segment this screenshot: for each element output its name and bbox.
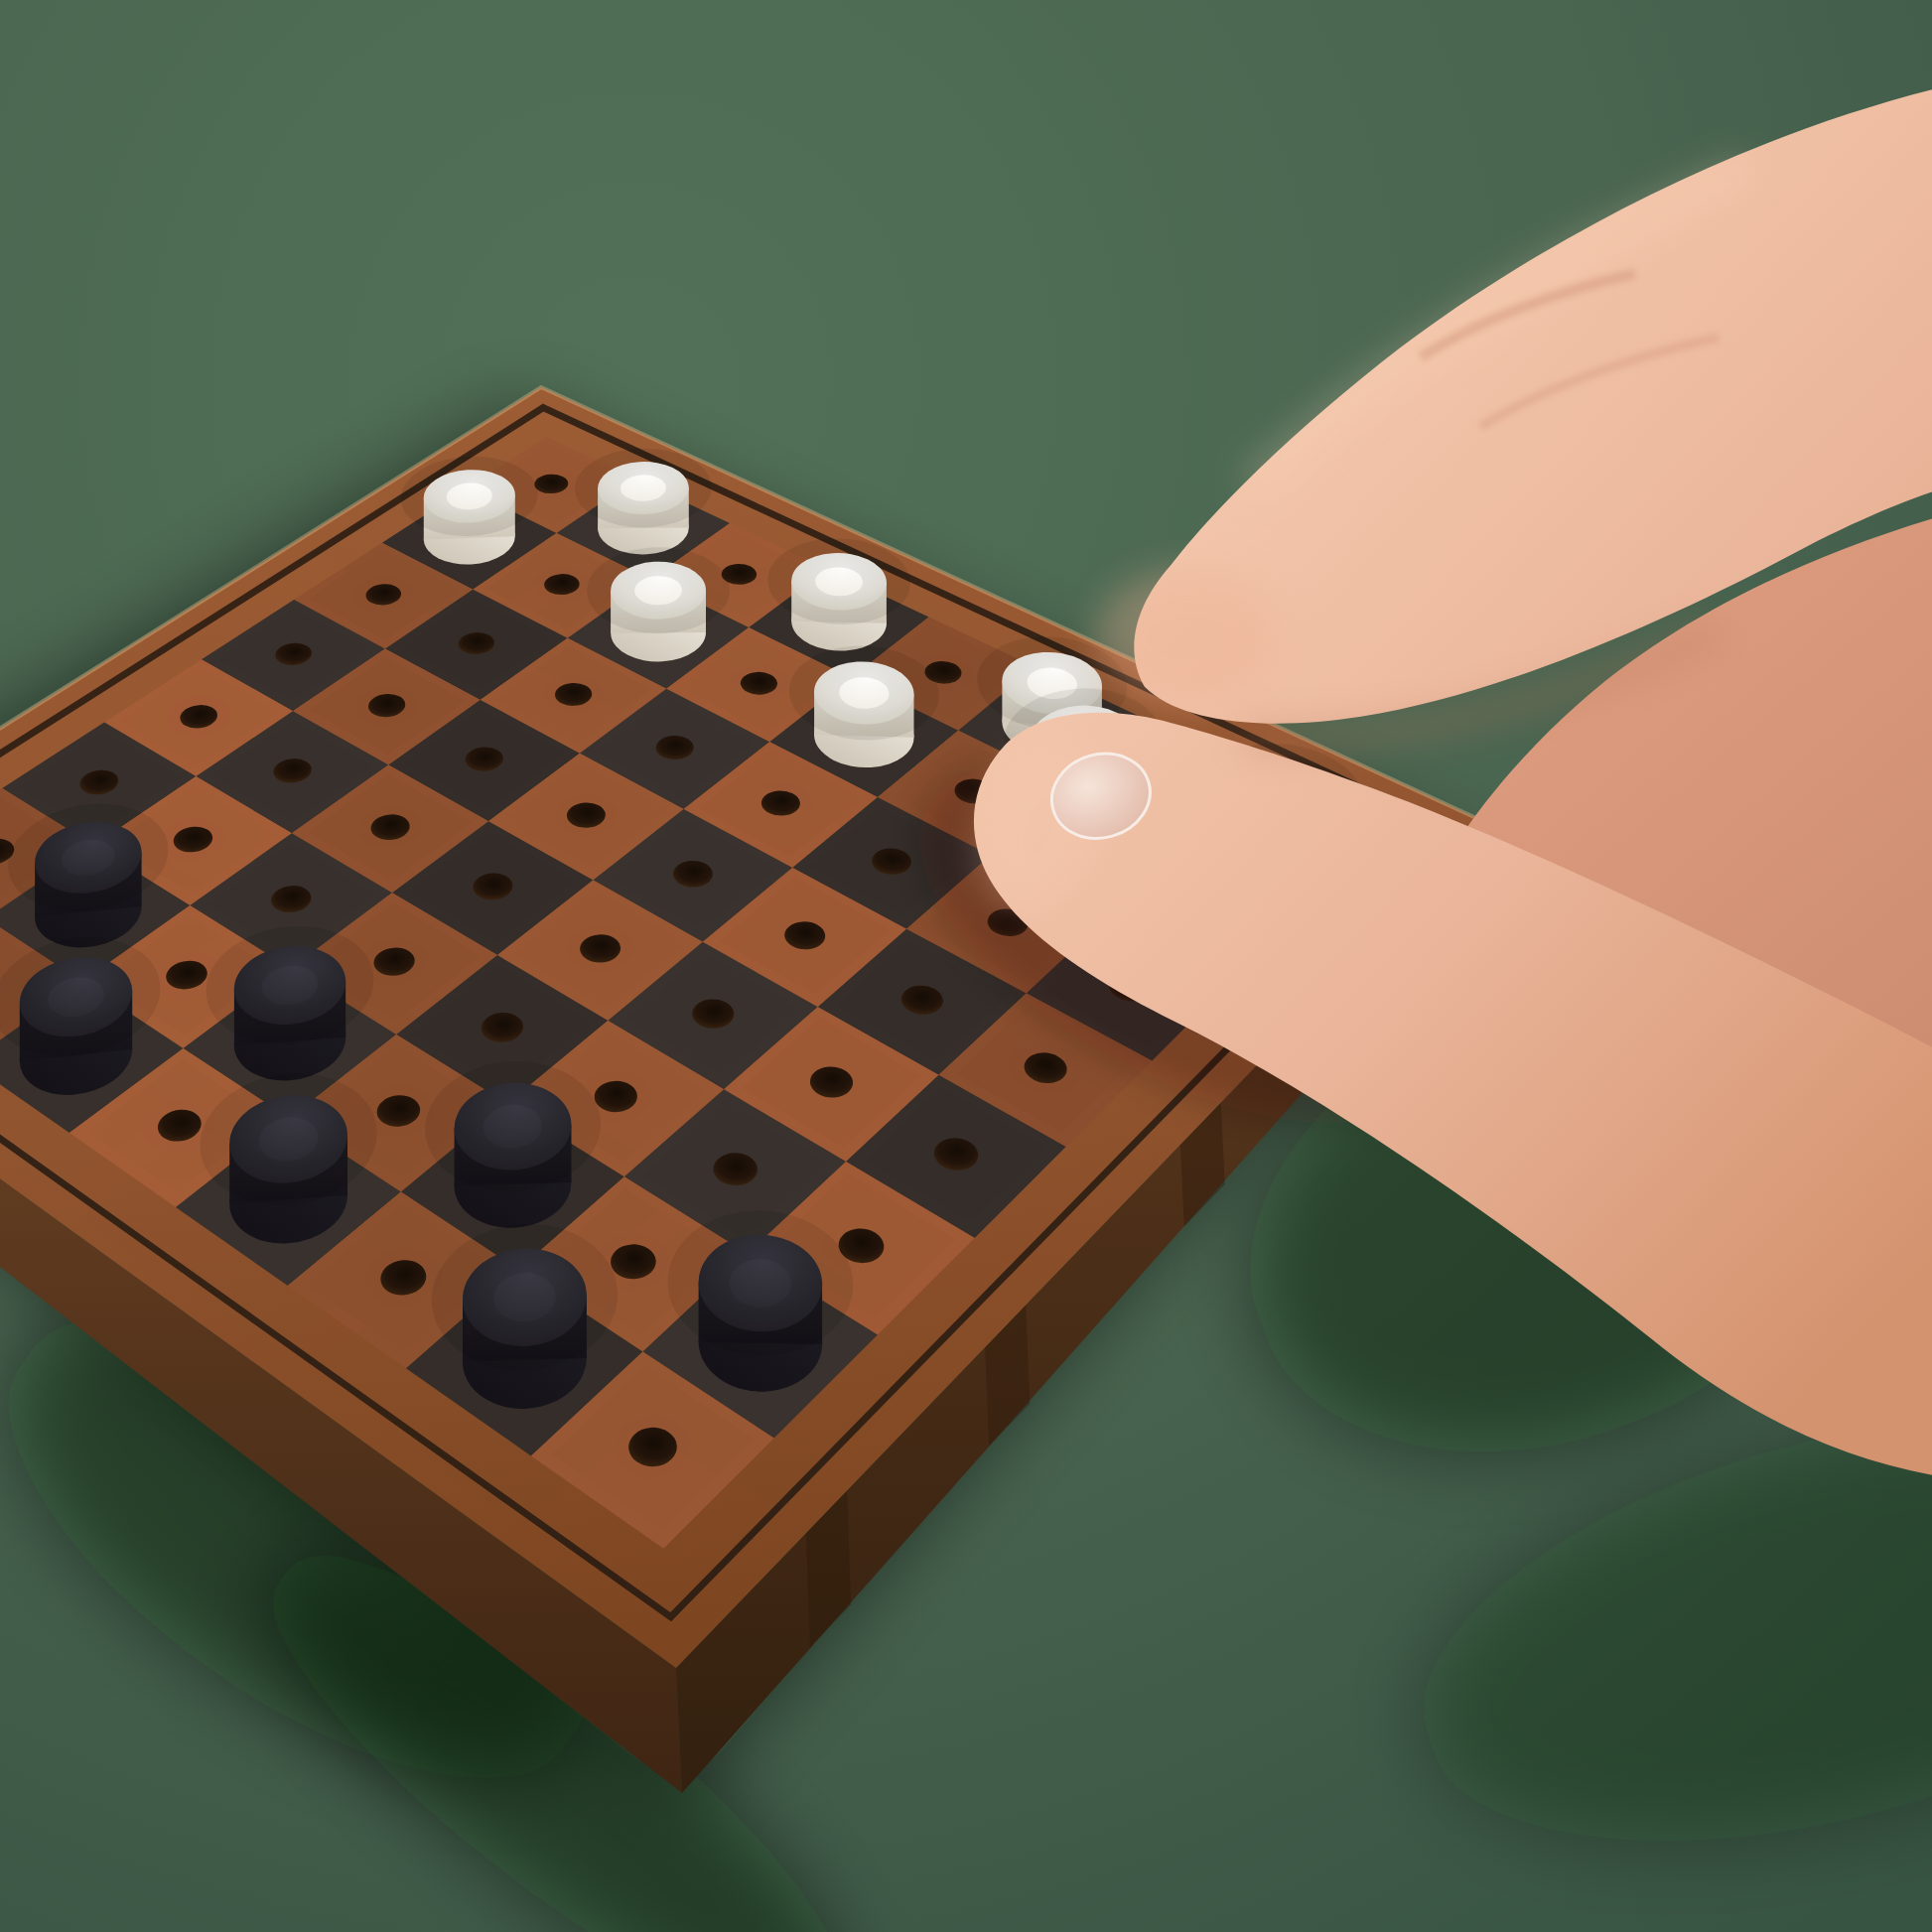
- checkers-board-photo: [0, 0, 1932, 1932]
- scene: [0, 0, 1932, 1932]
